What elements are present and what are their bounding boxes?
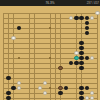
black-stone [85,56,90,61]
star-point [18,57,20,59]
white-stone [85,96,90,101]
white-stone [95,11,100,16]
star-point [49,27,51,29]
winrate-text: 76.3% [19,1,81,5]
white-stone [11,36,16,41]
black-stone [74,16,79,21]
black-stone [85,86,90,91]
black-stone [58,91,63,96]
black-stone [6,96,11,101]
brown-marked-stone [58,66,63,71]
black-stone [79,46,84,51]
black-stone [79,96,84,101]
black-stone [6,91,11,96]
black-stone [79,91,84,96]
black-stone [79,66,84,71]
black-stone [79,51,84,56]
black-stone [79,56,84,61]
brown-marked-stone [58,86,63,91]
white-stone [38,86,43,91]
star-point [49,57,51,59]
black-stone [74,61,79,66]
black-stone [79,41,84,46]
teal-highlighted-stone [74,56,79,61]
white-stone [74,51,79,56]
app-window: 76.3% 237 / 457 [0,0,100,100]
black-stone [85,21,90,26]
black-stone [11,86,16,91]
black-stone [85,26,90,31]
black-stone [85,31,90,36]
star-point [49,87,51,89]
black-stone [79,86,84,91]
black-stone [6,76,11,81]
black-stone [79,16,84,21]
black-stone [79,61,84,66]
go-board[interactable] [0,6,100,100]
black-stone [85,16,90,21]
move-counter-text: 237 / 457 [87,1,99,4]
